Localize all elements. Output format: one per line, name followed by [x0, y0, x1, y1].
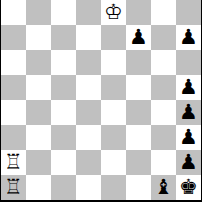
square-g6[interactable]: [151, 50, 176, 75]
piece-black-bishop: ♝: [154, 175, 173, 200]
square-h4[interactable]: ♟: [176, 100, 201, 125]
square-b8[interactable]: [26, 0, 51, 25]
square-f1[interactable]: [126, 175, 151, 200]
square-f3[interactable]: [126, 125, 151, 150]
square-e8[interactable]: ♔: [101, 0, 126, 25]
square-d1[interactable]: [76, 175, 101, 200]
square-e6[interactable]: [101, 50, 126, 75]
square-c8[interactable]: [51, 0, 76, 25]
square-c6[interactable]: [51, 50, 76, 75]
square-g1[interactable]: ♝: [151, 175, 176, 200]
square-g7[interactable]: [151, 25, 176, 50]
square-c4[interactable]: [51, 100, 76, 125]
chess-board: ♔♟♟♟♟♟♖♟♖♝♚: [0, 0, 202, 202]
piece-white-rook: ♖: [4, 175, 23, 200]
square-e3[interactable]: [101, 125, 126, 150]
square-h3[interactable]: ♟: [176, 125, 201, 150]
square-b2[interactable]: [26, 150, 51, 175]
square-d7[interactable]: [76, 25, 101, 50]
square-h7[interactable]: ♟: [176, 25, 201, 50]
square-e1[interactable]: [101, 175, 126, 200]
square-g2[interactable]: [151, 150, 176, 175]
square-g3[interactable]: [151, 125, 176, 150]
piece-black-king: ♚: [179, 175, 198, 200]
square-e4[interactable]: [101, 100, 126, 125]
square-a6[interactable]: [1, 50, 26, 75]
square-c2[interactable]: [51, 150, 76, 175]
square-f8[interactable]: [126, 0, 151, 25]
square-a5[interactable]: [1, 75, 26, 100]
square-f6[interactable]: [126, 50, 151, 75]
square-h8[interactable]: [176, 0, 201, 25]
square-g4[interactable]: [151, 100, 176, 125]
piece-white-king: ♔: [104, 0, 123, 25]
square-h5[interactable]: ♟: [176, 75, 201, 100]
square-e7[interactable]: [101, 25, 126, 50]
square-d8[interactable]: [76, 0, 101, 25]
square-g5[interactable]: [151, 75, 176, 100]
square-e5[interactable]: [101, 75, 126, 100]
piece-black-pawn: ♟: [179, 25, 198, 50]
square-d5[interactable]: [76, 75, 101, 100]
piece-black-pawn: ♟: [129, 25, 148, 50]
square-a7[interactable]: [1, 25, 26, 50]
square-b1[interactable]: [26, 175, 51, 200]
square-f2[interactable]: [126, 150, 151, 175]
square-h1[interactable]: ♚: [176, 175, 201, 200]
piece-white-rook: ♖: [4, 150, 23, 175]
square-f7[interactable]: ♟: [126, 25, 151, 50]
square-f4[interactable]: [126, 100, 151, 125]
square-b4[interactable]: [26, 100, 51, 125]
square-a1[interactable]: ♖: [1, 175, 26, 200]
square-d6[interactable]: [76, 50, 101, 75]
piece-black-pawn: ♟: [179, 150, 198, 175]
square-b3[interactable]: [26, 125, 51, 150]
square-b7[interactable]: [26, 25, 51, 50]
square-a8[interactable]: [1, 0, 26, 25]
square-e2[interactable]: [101, 150, 126, 175]
square-g8[interactable]: [151, 0, 176, 25]
square-b6[interactable]: [26, 50, 51, 75]
square-c7[interactable]: [51, 25, 76, 50]
square-h6[interactable]: [176, 50, 201, 75]
piece-black-pawn: ♟: [179, 125, 198, 150]
piece-black-pawn: ♟: [179, 100, 198, 125]
square-a3[interactable]: [1, 125, 26, 150]
square-a2[interactable]: ♖: [1, 150, 26, 175]
square-d2[interactable]: [76, 150, 101, 175]
square-c1[interactable]: [51, 175, 76, 200]
piece-black-pawn: ♟: [179, 75, 198, 100]
square-d3[interactable]: [76, 125, 101, 150]
square-c5[interactable]: [51, 75, 76, 100]
square-f5[interactable]: [126, 75, 151, 100]
square-b5[interactable]: [26, 75, 51, 100]
square-d4[interactable]: [76, 100, 101, 125]
square-c3[interactable]: [51, 125, 76, 150]
square-h2[interactable]: ♟: [176, 150, 201, 175]
square-a4[interactable]: [1, 100, 26, 125]
